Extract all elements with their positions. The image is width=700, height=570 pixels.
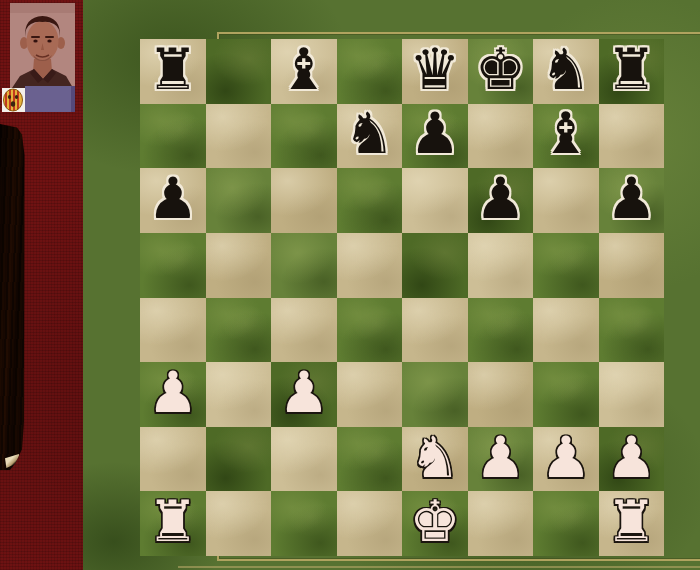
- square-a3[interactable]: ♟: [140, 362, 206, 427]
- chess-board[interactable]: ♜♝♛♚♞♜♞♟♝♟♟♟♟♟♞♟♟♟♜♚♜: [140, 39, 664, 556]
- piece-white-pawn[interactable]: ♟: [147, 364, 198, 421]
- piece-black-pawn[interactable]: ♟: [409, 105, 460, 162]
- square-g3[interactable]: [533, 362, 599, 427]
- player-portrait: [10, 3, 75, 88]
- piece-black-knight[interactable]: ♞: [344, 105, 395, 162]
- square-e2[interactable]: ♞: [402, 427, 468, 492]
- square-c6[interactable]: [271, 168, 337, 233]
- piece-white-pawn[interactable]: ♟: [278, 364, 329, 421]
- square-f4[interactable]: [468, 298, 534, 363]
- square-c4[interactable]: [271, 298, 337, 363]
- square-c8[interactable]: ♝: [271, 39, 337, 104]
- square-d4[interactable]: [337, 298, 403, 363]
- player-portrait-image: [10, 3, 75, 88]
- piece-black-queen[interactable]: ♛: [409, 41, 460, 98]
- square-a4[interactable]: [140, 298, 206, 363]
- square-a7[interactable]: [140, 104, 206, 169]
- square-f5[interactable]: [468, 233, 534, 298]
- square-d8[interactable]: [337, 39, 403, 104]
- square-h5[interactable]: [599, 233, 665, 298]
- book-pages-edge: [5, 454, 19, 468]
- square-h6[interactable]: ♟: [599, 168, 665, 233]
- square-h4[interactable]: [599, 298, 665, 363]
- square-e1[interactable]: ♚: [402, 491, 468, 556]
- square-g5[interactable]: [533, 233, 599, 298]
- piece-black-pawn[interactable]: ♟: [475, 170, 526, 227]
- piece-white-king[interactable]: ♚: [409, 493, 460, 550]
- square-d6[interactable]: [337, 168, 403, 233]
- piece-black-bishop[interactable]: ♝: [540, 105, 591, 162]
- square-a1[interactable]: ♜: [140, 491, 206, 556]
- square-b8[interactable]: [206, 39, 272, 104]
- square-c2[interactable]: [271, 427, 337, 492]
- square-e8[interactable]: ♛: [402, 39, 468, 104]
- square-h8[interactable]: ♜: [599, 39, 665, 104]
- piece-black-pawn[interactable]: ♟: [606, 170, 657, 227]
- square-b1[interactable]: [206, 491, 272, 556]
- square-f7[interactable]: [468, 104, 534, 169]
- square-d5[interactable]: [337, 233, 403, 298]
- square-e3[interactable]: [402, 362, 468, 427]
- piece-black-bishop[interactable]: ♝: [278, 41, 329, 98]
- piece-black-king[interactable]: ♚: [475, 41, 526, 98]
- square-c5[interactable]: [271, 233, 337, 298]
- square-e7[interactable]: ♟: [402, 104, 468, 169]
- square-h2[interactable]: ♟: [599, 427, 665, 492]
- square-b4[interactable]: [206, 298, 272, 363]
- square-f1[interactable]: [468, 491, 534, 556]
- square-g6[interactable]: [533, 168, 599, 233]
- square-a6[interactable]: ♟: [140, 168, 206, 233]
- chess-app-window: ♜♝♛♚♞♜♞♟♝♟♟♟♟♟♞♟♟♟♜♚♜: [0, 0, 700, 570]
- piece-black-knight[interactable]: ♞: [540, 41, 591, 98]
- square-g7[interactable]: ♝: [533, 104, 599, 169]
- piece-black-rook[interactable]: ♜: [147, 41, 198, 98]
- square-f2[interactable]: ♟: [468, 427, 534, 492]
- square-b3[interactable]: [206, 362, 272, 427]
- square-b7[interactable]: [206, 104, 272, 169]
- piece-white-rook[interactable]: ♜: [606, 493, 657, 550]
- square-h3[interactable]: [599, 362, 665, 427]
- player-name-plate: [25, 86, 75, 112]
- square-h7[interactable]: [599, 104, 665, 169]
- piece-black-rook[interactable]: ♜: [606, 41, 657, 98]
- player-flag-icon: [2, 88, 25, 112]
- square-d1[interactable]: [337, 491, 403, 556]
- square-a8[interactable]: ♜: [140, 39, 206, 104]
- square-g4[interactable]: [533, 298, 599, 363]
- flag-icon-image: [2, 88, 25, 112]
- square-g2[interactable]: ♟: [533, 427, 599, 492]
- square-c3[interactable]: ♟: [271, 362, 337, 427]
- square-f8[interactable]: ♚: [468, 39, 534, 104]
- piece-white-pawn[interactable]: ♟: [540, 429, 591, 486]
- square-a2[interactable]: [140, 427, 206, 492]
- square-c1[interactable]: [271, 491, 337, 556]
- square-e5[interactable]: [402, 233, 468, 298]
- square-b6[interactable]: [206, 168, 272, 233]
- piece-white-pawn[interactable]: ♟: [606, 429, 657, 486]
- square-d7[interactable]: ♞: [337, 104, 403, 169]
- square-b5[interactable]: [206, 233, 272, 298]
- square-f3[interactable]: [468, 362, 534, 427]
- piece-white-rook[interactable]: ♜: [147, 493, 198, 550]
- board-outer-edge-line: [178, 566, 700, 568]
- square-d3[interactable]: [337, 362, 403, 427]
- square-e6[interactable]: [402, 168, 468, 233]
- piece-white-pawn[interactable]: ♟: [475, 429, 526, 486]
- square-f6[interactable]: ♟: [468, 168, 534, 233]
- wooden-book-spine: [0, 124, 25, 470]
- piece-white-knight[interactable]: ♞: [409, 429, 460, 486]
- square-c7[interactable]: [271, 104, 337, 169]
- square-g1[interactable]: [533, 491, 599, 556]
- square-a5[interactable]: [140, 233, 206, 298]
- square-d2[interactable]: [337, 427, 403, 492]
- square-b2[interactable]: [206, 427, 272, 492]
- square-g8[interactable]: ♞: [533, 39, 599, 104]
- square-e4[interactable]: [402, 298, 468, 363]
- square-h1[interactable]: ♜: [599, 491, 665, 556]
- piece-black-pawn[interactable]: ♟: [147, 170, 198, 227]
